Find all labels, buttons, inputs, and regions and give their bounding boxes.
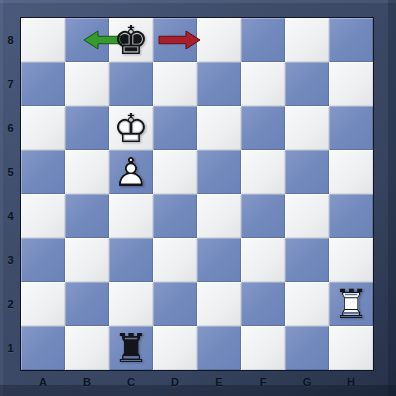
white-piece-outline: ♔ — [113, 108, 149, 148]
square-c4[interactable] — [109, 194, 153, 238]
square-e2[interactable] — [197, 282, 241, 326]
square-b2[interactable] — [65, 282, 109, 326]
white-piece-outline: ♙ — [113, 152, 149, 192]
black-piece-glyph: ♜ — [113, 328, 149, 368]
square-a6[interactable] — [21, 106, 65, 150]
square-a5[interactable] — [21, 150, 65, 194]
rank-label-1: 1 — [0, 326, 21, 370]
square-c2[interactable] — [109, 282, 153, 326]
square-d7[interactable] — [153, 62, 197, 106]
file-label-f: F — [241, 374, 285, 390]
white-piece-outline: ♖ — [333, 284, 369, 324]
square-d1[interactable] — [153, 326, 197, 370]
chess-board-widget: ♚♚♔♟♙♜♖♜ ABCDEFGH 87654321 — [0, 0, 396, 396]
square-b1[interactable] — [65, 326, 109, 370]
square-b7[interactable] — [65, 62, 109, 106]
square-d3[interactable] — [153, 238, 197, 282]
square-b4[interactable] — [65, 194, 109, 238]
square-e8[interactable] — [197, 18, 241, 62]
rank-label-7: 7 — [0, 62, 21, 106]
square-a7[interactable] — [21, 62, 65, 106]
square-e1[interactable] — [197, 326, 241, 370]
piece-black-king-c8[interactable]: ♚ — [109, 18, 153, 62]
square-g3[interactable] — [285, 238, 329, 282]
square-b5[interactable] — [65, 150, 109, 194]
square-d2[interactable] — [153, 282, 197, 326]
file-labels: ABCDEFGH — [21, 374, 373, 390]
square-g1[interactable] — [285, 326, 329, 370]
chess-board: ♚♚♔♟♙♜♖♜ — [21, 18, 373, 370]
square-g5[interactable] — [285, 150, 329, 194]
square-a4[interactable] — [21, 194, 65, 238]
file-label-e: E — [197, 374, 241, 390]
square-c3[interactable] — [109, 238, 153, 282]
square-h3[interactable] — [329, 238, 373, 282]
rank-label-8: 8 — [0, 18, 21, 62]
square-e4[interactable] — [197, 194, 241, 238]
square-e7[interactable] — [197, 62, 241, 106]
square-f4[interactable] — [241, 194, 285, 238]
square-g6[interactable] — [285, 106, 329, 150]
square-a8[interactable] — [21, 18, 65, 62]
square-b8[interactable] — [65, 18, 109, 62]
square-h1[interactable] — [329, 326, 373, 370]
square-f3[interactable] — [241, 238, 285, 282]
piece-white-pawn-c5[interactable]: ♟♙ — [109, 150, 153, 194]
square-c6[interactable]: ♚♔ — [109, 106, 153, 150]
square-h6[interactable] — [329, 106, 373, 150]
square-c1[interactable]: ♜ — [109, 326, 153, 370]
square-b3[interactable] — [65, 238, 109, 282]
file-label-g: G — [285, 374, 329, 390]
square-a1[interactable] — [21, 326, 65, 370]
square-e3[interactable] — [197, 238, 241, 282]
rank-label-3: 3 — [0, 238, 21, 282]
square-f1[interactable] — [241, 326, 285, 370]
square-g8[interactable] — [285, 18, 329, 62]
square-d4[interactable] — [153, 194, 197, 238]
rank-labels: 87654321 — [0, 18, 21, 370]
square-e6[interactable] — [197, 106, 241, 150]
square-f7[interactable] — [241, 62, 285, 106]
square-d5[interactable] — [153, 150, 197, 194]
square-g2[interactable] — [285, 282, 329, 326]
rank-label-4: 4 — [0, 194, 21, 238]
square-f5[interactable] — [241, 150, 285, 194]
square-h7[interactable] — [329, 62, 373, 106]
square-h4[interactable] — [329, 194, 373, 238]
piece-white-king-c6[interactable]: ♚♔ — [109, 106, 153, 150]
piece-black-rook-c1[interactable]: ♜ — [109, 326, 153, 370]
square-c5[interactable]: ♟♙ — [109, 150, 153, 194]
piece-white-rook-h2[interactable]: ♜♖ — [329, 282, 373, 326]
square-f6[interactable] — [241, 106, 285, 150]
file-label-c: C — [109, 374, 153, 390]
file-label-a: A — [21, 374, 65, 390]
square-f2[interactable] — [241, 282, 285, 326]
square-h8[interactable] — [329, 18, 373, 62]
black-piece-glyph: ♚ — [113, 20, 149, 60]
square-a2[interactable] — [21, 282, 65, 326]
square-b6[interactable] — [65, 106, 109, 150]
rank-label-2: 2 — [0, 282, 21, 326]
rank-label-5: 5 — [0, 150, 21, 194]
file-label-h: H — [329, 374, 373, 390]
rank-label-6: 6 — [0, 106, 21, 150]
square-g4[interactable] — [285, 194, 329, 238]
file-label-d: D — [153, 374, 197, 390]
square-g7[interactable] — [285, 62, 329, 106]
square-c7[interactable] — [109, 62, 153, 106]
square-d6[interactable] — [153, 106, 197, 150]
square-d8[interactable] — [153, 18, 197, 62]
square-c8[interactable]: ♚ — [109, 18, 153, 62]
square-h2[interactable]: ♜♖ — [329, 282, 373, 326]
file-label-b: B — [65, 374, 109, 390]
square-f8[interactable] — [241, 18, 285, 62]
square-a3[interactable] — [21, 238, 65, 282]
square-h5[interactable] — [329, 150, 373, 194]
square-e5[interactable] — [197, 150, 241, 194]
